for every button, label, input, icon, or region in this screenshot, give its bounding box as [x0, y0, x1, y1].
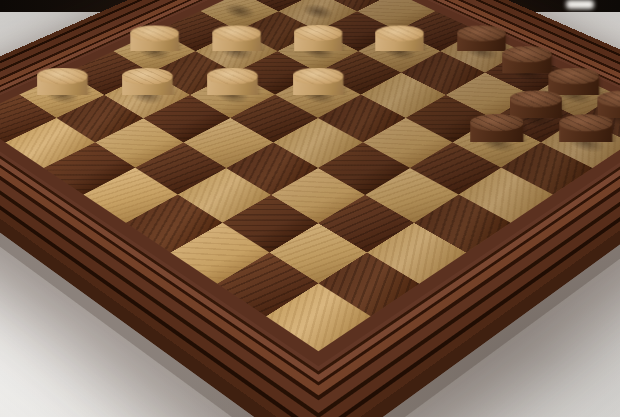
piece-cylinder-top: [293, 68, 344, 84]
piece-cylinder-top: [207, 68, 258, 84]
piece-cylinder-top: [130, 25, 179, 40]
piece-cylinder-top: [122, 68, 173, 84]
distance-shade: [318, 95, 405, 143]
square-e6[interactable]: [361, 72, 446, 118]
piece-cylinder-top: [457, 25, 506, 40]
piece-cylinder-top: [549, 68, 600, 84]
piece-cylinder-top: [510, 90, 562, 107]
checker-piece-light[interactable]: [207, 68, 258, 113]
square-e5[interactable]: [318, 95, 405, 143]
piece-cylinder-top: [212, 25, 261, 40]
piece-cylinder-top: [470, 114, 523, 131]
board-perspective-wrapper: [0, 0, 620, 417]
piece-cylinder-top: [560, 114, 613, 131]
piece-cylinder-top: [375, 25, 424, 40]
piece-cylinder-top: [294, 25, 343, 40]
distance-shade: [414, 195, 510, 253]
square-a2[interactable]: [19, 72, 104, 118]
piece-cylinder-top: [36, 68, 87, 84]
checkers-board: [0, 0, 620, 366]
square-h4[interactable]: [414, 195, 510, 253]
distance-shade: [361, 72, 446, 118]
distance-shade: [222, 195, 318, 253]
photo-scene: [0, 0, 620, 417]
square-f2[interactable]: [222, 195, 318, 253]
piece-cylinder-top: [502, 46, 552, 62]
